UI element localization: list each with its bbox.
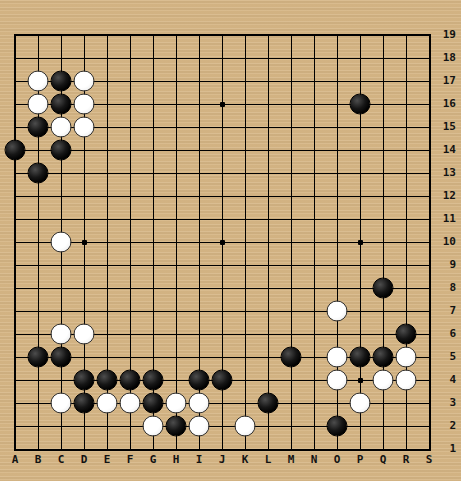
stone-black[interactable] (74, 393, 95, 414)
star-point (82, 240, 87, 245)
stone-white[interactable] (189, 416, 210, 437)
stone-white[interactable] (327, 301, 348, 322)
stone-white[interactable] (74, 324, 95, 345)
row-label: 16 (433, 96, 456, 112)
stone-black[interactable] (120, 370, 141, 391)
stone-black[interactable] (350, 94, 371, 115)
stone-white[interactable] (327, 370, 348, 391)
column-label: N (303, 452, 326, 468)
stone-white[interactable] (235, 416, 256, 437)
column-label: F (119, 452, 142, 468)
row-label: 8 (433, 280, 456, 296)
stone-black[interactable] (212, 370, 233, 391)
row-label: 11 (433, 211, 456, 227)
stone-black[interactable] (189, 370, 210, 391)
row-label: 4 (433, 372, 456, 388)
star-point (358, 240, 363, 245)
stone-black[interactable] (51, 347, 72, 368)
stone-black[interactable] (373, 347, 394, 368)
row-label: 10 (433, 234, 456, 250)
stone-black[interactable] (281, 347, 302, 368)
column-label: M (280, 452, 303, 468)
column-label: B (27, 452, 50, 468)
row-label: 12 (433, 188, 456, 204)
column-label: E (96, 452, 119, 468)
row-label: 6 (433, 326, 456, 342)
row-label: 19 (433, 27, 456, 43)
stone-white[interactable] (51, 117, 72, 138)
stone-black[interactable] (28, 117, 49, 138)
stone-white[interactable] (28, 94, 49, 115)
stone-black[interactable] (28, 347, 49, 368)
stone-black[interactable] (28, 163, 49, 184)
row-label: 15 (433, 119, 456, 135)
row-label: 1 (433, 441, 456, 457)
column-label: C (50, 452, 73, 468)
stone-white[interactable] (51, 232, 72, 253)
stone-black[interactable] (143, 393, 164, 414)
stone-black[interactable] (51, 71, 72, 92)
row-label: 9 (433, 257, 456, 273)
stone-white[interactable] (189, 393, 210, 414)
stone-white[interactable] (28, 71, 49, 92)
row-label: 13 (433, 165, 456, 181)
row-label: 2 (433, 418, 456, 434)
stone-white[interactable] (97, 393, 118, 414)
stone-black[interactable] (74, 370, 95, 391)
column-label: R (395, 452, 418, 468)
stone-white[interactable] (143, 416, 164, 437)
column-label: D (73, 452, 96, 468)
star-point (220, 102, 225, 107)
row-label: 17 (433, 73, 456, 89)
row-label: 3 (433, 395, 456, 411)
row-label: 14 (433, 142, 456, 158)
stone-black[interactable] (97, 370, 118, 391)
stone-black[interactable] (166, 416, 187, 437)
stone-black[interactable] (51, 140, 72, 161)
stone-white[interactable] (74, 71, 95, 92)
stone-white[interactable] (327, 347, 348, 368)
stone-white[interactable] (51, 324, 72, 345)
stone-black[interactable] (396, 324, 417, 345)
stone-black[interactable] (327, 416, 348, 437)
stone-white[interactable] (120, 393, 141, 414)
column-label: K (234, 452, 257, 468)
row-label: 18 (433, 50, 456, 66)
column-label: I (188, 452, 211, 468)
stone-white[interactable] (373, 370, 394, 391)
stone-white[interactable] (396, 347, 417, 368)
stone-white[interactable] (396, 370, 417, 391)
column-label: P (349, 452, 372, 468)
stone-black[interactable] (5, 140, 26, 161)
star-point (220, 240, 225, 245)
stone-white[interactable] (350, 393, 371, 414)
stone-white[interactable] (74, 117, 95, 138)
column-label: Q (372, 452, 395, 468)
go-board-screenshot: ABCDEFGHIJKLMNOPQRS191817161514131211109… (0, 0, 461, 481)
star-point (358, 378, 363, 383)
stone-black[interactable] (350, 347, 371, 368)
stone-white[interactable] (74, 94, 95, 115)
stone-white[interactable] (51, 393, 72, 414)
stone-black[interactable] (373, 278, 394, 299)
stone-black[interactable] (51, 94, 72, 115)
stone-black[interactable] (143, 370, 164, 391)
column-label: A (4, 452, 27, 468)
row-label: 7 (433, 303, 456, 319)
column-label: H (165, 452, 188, 468)
stone-black[interactable] (258, 393, 279, 414)
column-label: G (142, 452, 165, 468)
stone-white[interactable] (166, 393, 187, 414)
column-label: L (257, 452, 280, 468)
row-label: 5 (433, 349, 456, 365)
column-label: J (211, 452, 234, 468)
column-label: O (326, 452, 349, 468)
